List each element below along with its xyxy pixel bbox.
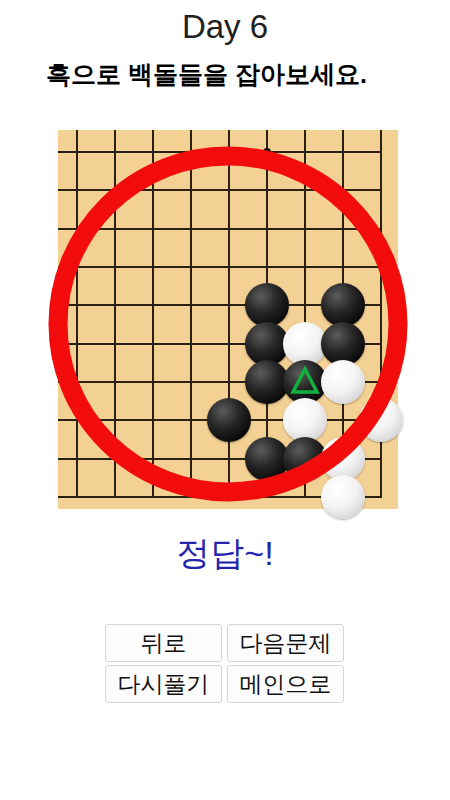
puzzle-instruction: 흑으로 백돌들을 잡아보세요. xyxy=(46,58,367,91)
main-menu-button[interactable]: 메인으로 xyxy=(227,665,344,703)
page-title: Day 6 xyxy=(0,8,450,46)
white-stone xyxy=(359,398,403,442)
black-stone xyxy=(245,283,289,327)
button-bar: 뒤로 다음문제 다시풀기 메인으로 xyxy=(105,624,344,703)
grid-line-vertical xyxy=(228,130,230,498)
result-message: 정답~! xyxy=(0,531,450,577)
black-stone xyxy=(207,398,251,442)
black-stone xyxy=(321,283,365,327)
grid-line-vertical xyxy=(114,130,116,498)
grid-line-horizontal xyxy=(58,228,382,230)
grid-line-vertical xyxy=(380,130,382,498)
back-button[interactable]: 뒤로 xyxy=(105,624,222,662)
next-problem-button[interactable]: 다음문제 xyxy=(227,624,344,662)
app-screen: Day 6 흑으로 백돌들을 잡아보세요. 정답~! 뒤로 다음문제 다시풀기 … xyxy=(0,0,450,800)
white-stone xyxy=(321,360,365,404)
white-stone xyxy=(283,398,327,442)
grid-line-vertical xyxy=(190,130,192,498)
grid-line-vertical xyxy=(76,130,78,498)
go-board[interactable] xyxy=(58,130,398,509)
white-stone xyxy=(321,475,365,519)
retry-button[interactable]: 다시풀기 xyxy=(105,665,222,703)
grid-line-horizontal xyxy=(58,151,382,153)
star-point xyxy=(263,148,271,156)
grid-line-horizontal xyxy=(58,189,382,191)
grid-line-vertical xyxy=(152,130,154,498)
grid-line-horizontal xyxy=(58,266,382,268)
